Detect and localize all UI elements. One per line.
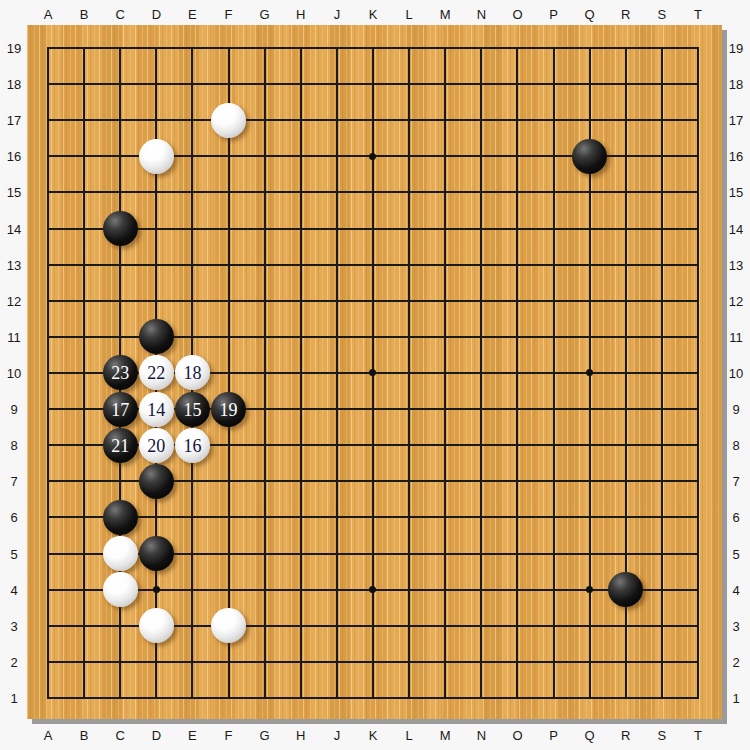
coord-top-F: F <box>225 7 233 22</box>
coord-bottom-C: C <box>116 728 125 743</box>
coord-top-E: E <box>188 7 197 22</box>
move-number-label: 19 <box>219 400 237 419</box>
stone-black-Q16 <box>572 139 607 174</box>
stone-black-C8: 21 <box>103 428 138 463</box>
move-number-label: 16 <box>183 436 201 455</box>
stone-white-D9: 14 <box>139 392 174 427</box>
coord-bottom-K: K <box>369 728 378 743</box>
coord-left-5: 5 <box>10 546 17 561</box>
coord-left-2: 2 <box>10 654 17 669</box>
stone-black-C10: 23 <box>103 355 138 390</box>
stone-black-D5 <box>139 536 174 571</box>
go-board[interactable]: 23221817141519212016 <box>27 25 722 719</box>
coord-right-12: 12 <box>729 293 743 308</box>
coord-top-P: P <box>549 7 558 22</box>
stone-black-F9: 19 <box>211 392 246 427</box>
coord-bottom-G: G <box>260 728 270 743</box>
stone-white-D16 <box>139 139 174 174</box>
coord-top-A: A <box>44 7 53 22</box>
stone-black-D11 <box>139 319 174 354</box>
coord-right-9: 9 <box>732 402 739 417</box>
stone-white-C4 <box>103 572 138 607</box>
move-number-label: 21 <box>111 436 129 455</box>
move-number-label: 22 <box>147 363 165 382</box>
coord-right-1: 1 <box>732 690 739 705</box>
stone-black-C9: 17 <box>103 392 138 427</box>
coord-top-B: B <box>80 7 89 22</box>
coord-right-16: 16 <box>729 149 743 164</box>
coord-bottom-J: J <box>334 728 341 743</box>
coord-bottom-B: B <box>80 728 89 743</box>
coord-left-6: 6 <box>10 510 17 525</box>
stone-white-F3 <box>211 608 246 643</box>
stone-black-D7 <box>139 464 174 499</box>
coord-right-4: 4 <box>732 582 739 597</box>
coord-right-19: 19 <box>729 41 743 56</box>
move-number-label: 23 <box>111 363 129 382</box>
coord-left-10: 10 <box>7 365 21 380</box>
coord-top-T: T <box>694 7 702 22</box>
coord-top-R: R <box>621 7 630 22</box>
coord-top-N: N <box>477 7 486 22</box>
coord-bottom-S: S <box>658 728 667 743</box>
stone-white-C5 <box>103 536 138 571</box>
stone-white-D3 <box>139 608 174 643</box>
move-number-label: 20 <box>147 436 165 455</box>
stone-black-R4 <box>608 572 643 607</box>
coord-left-18: 18 <box>7 77 21 92</box>
coord-left-8: 8 <box>10 438 17 453</box>
coord-right-6: 6 <box>732 510 739 525</box>
coord-right-15: 15 <box>729 185 743 200</box>
coord-left-15: 15 <box>7 185 21 200</box>
stone-white-F17 <box>211 103 246 138</box>
coord-left-11: 11 <box>7 329 21 344</box>
coord-bottom-Q: Q <box>585 728 595 743</box>
coord-bottom-E: E <box>188 728 197 743</box>
coord-right-14: 14 <box>729 221 743 236</box>
stone-black-C6 <box>103 500 138 535</box>
stone-black-E9: 15 <box>175 392 210 427</box>
coord-left-7: 7 <box>10 474 17 489</box>
coord-right-17: 17 <box>729 113 743 128</box>
coord-top-M: M <box>440 7 451 22</box>
coord-top-O: O <box>512 7 522 22</box>
coord-left-13: 13 <box>7 257 21 272</box>
coord-bottom-A: A <box>44 728 53 743</box>
coord-left-17: 17 <box>7 113 21 128</box>
coord-top-D: D <box>152 7 161 22</box>
move-number-label: 18 <box>183 363 201 382</box>
coord-bottom-L: L <box>405 728 412 743</box>
coord-right-18: 18 <box>729 77 743 92</box>
coord-left-19: 19 <box>7 41 21 56</box>
coord-right-10: 10 <box>729 365 743 380</box>
coord-bottom-D: D <box>152 728 161 743</box>
coord-left-12: 12 <box>7 293 21 308</box>
move-number-label: 15 <box>183 400 201 419</box>
stone-white-D10: 22 <box>139 355 174 390</box>
coord-right-2: 2 <box>732 654 739 669</box>
move-number-label: 17 <box>111 400 129 419</box>
coord-top-G: G <box>260 7 270 22</box>
coord-bottom-O: O <box>512 728 522 743</box>
coord-left-16: 16 <box>7 149 21 164</box>
coord-left-9: 9 <box>10 402 17 417</box>
move-number-label: 14 <box>147 400 165 419</box>
stone-white-D8: 20 <box>139 428 174 463</box>
stone-white-E8: 16 <box>175 428 210 463</box>
coord-right-8: 8 <box>732 438 739 453</box>
coord-bottom-P: P <box>549 728 558 743</box>
coord-left-14: 14 <box>7 221 21 236</box>
coord-bottom-T: T <box>694 728 702 743</box>
stone-black-C14 <box>103 211 138 246</box>
coord-right-7: 7 <box>732 474 739 489</box>
coord-right-13: 13 <box>729 257 743 272</box>
coord-bottom-F: F <box>225 728 233 743</box>
coord-top-Q: Q <box>585 7 595 22</box>
coord-top-K: K <box>369 7 378 22</box>
coord-top-H: H <box>296 7 305 22</box>
coord-bottom-R: R <box>621 728 630 743</box>
stone-white-E10: 18 <box>175 355 210 390</box>
coord-left-1: 1 <box>10 690 17 705</box>
coord-right-11: 11 <box>729 329 743 344</box>
coord-top-L: L <box>405 7 412 22</box>
coord-bottom-H: H <box>296 728 305 743</box>
coord-right-5: 5 <box>732 546 739 561</box>
coord-bottom-M: M <box>440 728 451 743</box>
coord-top-C: C <box>116 7 125 22</box>
stones-grid: 23221817141519212016 <box>30 30 716 716</box>
coord-bottom-N: N <box>477 728 486 743</box>
coord-left-3: 3 <box>10 618 17 633</box>
coord-top-S: S <box>658 7 667 22</box>
coord-left-4: 4 <box>10 582 17 597</box>
go-board-screenshot: AABBCCDDEEFFGGHHJJKKLLMMNNOOPPQQRRSSTT19… <box>0 0 750 750</box>
coord-right-3: 3 <box>732 618 739 633</box>
coord-top-J: J <box>334 7 341 22</box>
